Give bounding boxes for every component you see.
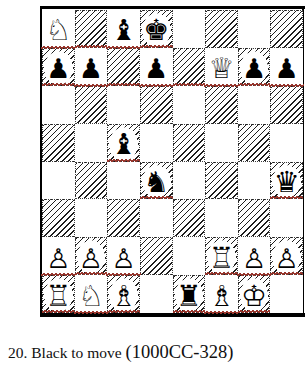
square-c3[interactable] — [107, 199, 140, 237]
square-f2[interactable]: ♖ — [205, 237, 238, 275]
white-king[interactable]: ♔ — [241, 282, 267, 311]
black-pawn[interactable]: ♟ — [144, 55, 168, 82]
black-king[interactable]: ♚ — [143, 16, 169, 45]
square-h2[interactable]: ♙ — [270, 237, 303, 275]
caption: 20. Black to move (1000CC-328) — [8, 342, 233, 363]
square-e3[interactable] — [173, 199, 206, 237]
square-c2[interactable]: ♙ — [107, 237, 140, 275]
square-f1[interactable]: ♗ — [205, 275, 238, 313]
square-c5[interactable]: ♝ — [107, 124, 140, 162]
white-pawn[interactable]: ♙ — [111, 245, 135, 272]
square-g8[interactable] — [238, 10, 271, 48]
square-f8[interactable] — [205, 10, 238, 48]
square-c8[interactable]: ♝ — [107, 10, 140, 48]
square-d6[interactable] — [140, 86, 173, 124]
square-e1[interactable]: ♜ — [173, 275, 206, 313]
square-b3[interactable] — [75, 199, 108, 237]
white-bishop[interactable]: ♗ — [208, 282, 234, 311]
square-e8[interactable] — [173, 10, 206, 48]
square-d1[interactable] — [140, 275, 173, 313]
black-bishop[interactable]: ♝ — [111, 16, 137, 45]
square-g1[interactable]: ♔ — [238, 275, 271, 313]
chess-board: ♘♝♚♟♟♟♕♟♟♝♞♛♙♙♙♖♙♙♖♘♗♜♗♔ — [42, 10, 303, 313]
white-pawn[interactable]: ♙ — [46, 245, 70, 272]
square-e2[interactable] — [173, 237, 206, 275]
square-a2[interactable]: ♙ — [42, 237, 75, 275]
white-rook[interactable]: ♖ — [208, 244, 234, 273]
square-h8[interactable] — [270, 10, 303, 48]
square-a3[interactable] — [42, 199, 75, 237]
square-a4[interactable] — [42, 162, 75, 200]
white-pawn[interactable]: ♙ — [242, 245, 266, 272]
page: ♘♝♚♟♟♟♕♟♟♝♞♛♙♙♙♖♙♙♖♘♗♜♗♔ 20. Black to mo… — [0, 0, 306, 372]
black-pawn[interactable]: ♟ — [46, 55, 70, 82]
white-knight[interactable]: ♘ — [78, 282, 104, 311]
square-g2[interactable]: ♙ — [238, 237, 271, 275]
square-a6[interactable] — [42, 86, 75, 124]
white-pawn[interactable]: ♙ — [275, 245, 299, 272]
square-e6[interactable] — [173, 86, 206, 124]
square-e5[interactable] — [173, 124, 206, 162]
black-pawn[interactable]: ♟ — [242, 55, 266, 82]
square-a7[interactable]: ♟ — [42, 48, 75, 86]
square-c7[interactable] — [107, 48, 140, 86]
square-g6[interactable] — [238, 86, 271, 124]
black-bishop[interactable]: ♝ — [111, 130, 137, 159]
square-h4[interactable]: ♛ — [270, 162, 303, 200]
white-knight[interactable]: ♘ — [45, 16, 71, 45]
square-g3[interactable] — [238, 199, 271, 237]
square-d3[interactable] — [140, 199, 173, 237]
square-b1[interactable]: ♘ — [75, 275, 108, 313]
square-b2[interactable]: ♙ — [75, 237, 108, 275]
square-b5[interactable] — [75, 124, 108, 162]
white-queen[interactable]: ♕ — [208, 54, 234, 83]
square-b6[interactable] — [75, 86, 108, 124]
square-h7[interactable]: ♟ — [270, 48, 303, 86]
white-pawn[interactable]: ♙ — [79, 245, 103, 272]
board-top-rule — [40, 6, 305, 9]
black-knight[interactable]: ♞ — [143, 168, 169, 197]
square-a8[interactable]: ♘ — [42, 10, 75, 48]
square-d4[interactable]: ♞ — [140, 162, 173, 200]
square-a5[interactable] — [42, 124, 75, 162]
square-h3[interactable] — [270, 199, 303, 237]
square-f5[interactable] — [205, 124, 238, 162]
square-b7[interactable]: ♟ — [75, 48, 108, 86]
square-d8[interactable]: ♚ — [140, 10, 173, 48]
black-rook[interactable]: ♜ — [176, 282, 202, 311]
square-h5[interactable] — [270, 124, 303, 162]
square-c4[interactable] — [107, 162, 140, 200]
caption-source-code: (1000CC-328) — [126, 342, 234, 362]
square-g5[interactable] — [238, 124, 271, 162]
square-f7[interactable]: ♕ — [205, 48, 238, 86]
square-c6[interactable] — [107, 86, 140, 124]
square-h1[interactable] — [270, 275, 303, 313]
square-g7[interactable]: ♟ — [238, 48, 271, 86]
square-a1[interactable]: ♖ — [42, 275, 75, 313]
square-d7[interactable]: ♟ — [140, 48, 173, 86]
square-f3[interactable] — [205, 199, 238, 237]
black-pawn[interactable]: ♟ — [275, 55, 299, 82]
square-c1[interactable]: ♗ — [107, 275, 140, 313]
square-e7[interactable] — [173, 48, 206, 86]
square-d5[interactable] — [140, 124, 173, 162]
square-b4[interactable] — [75, 162, 108, 200]
square-b8[interactable] — [75, 10, 108, 48]
white-rook[interactable]: ♖ — [45, 282, 71, 311]
square-g4[interactable] — [238, 162, 271, 200]
black-pawn[interactable]: ♟ — [79, 55, 103, 82]
white-bishop[interactable]: ♗ — [111, 282, 137, 311]
square-f4[interactable] — [205, 162, 238, 200]
square-f6[interactable] — [205, 86, 238, 124]
square-e4[interactable] — [173, 162, 206, 200]
black-queen[interactable]: ♛ — [274, 168, 300, 197]
square-h6[interactable] — [270, 86, 303, 124]
caption-move-text: 20. Black to move — [8, 344, 126, 361]
square-d2[interactable] — [140, 237, 173, 275]
